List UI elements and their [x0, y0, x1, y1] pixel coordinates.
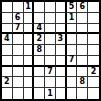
- cell-r9c8-empty[interactable]: [77, 88, 88, 99]
- cell-r3c6-empty[interactable]: [56, 24, 67, 35]
- cell-r7c5-given: 7: [45, 67, 56, 78]
- cell-r2c6-empty[interactable]: [56, 13, 67, 24]
- cell-r2c3-empty[interactable]: [24, 13, 35, 24]
- cell-r5c9-empty[interactable]: [88, 45, 99, 56]
- cell-r1c9-empty[interactable]: [88, 2, 99, 13]
- cell-r5c2-empty[interactable]: [13, 45, 24, 56]
- cell-r3c4-given: 4: [34, 24, 45, 35]
- cell-r6c6-empty[interactable]: [56, 56, 67, 67]
- cell-r7c9-given: 2: [88, 67, 99, 78]
- cell-r8c3-empty[interactable]: [24, 77, 35, 88]
- cell-r6c4-empty[interactable]: [34, 56, 45, 67]
- cell-r2c9-empty[interactable]: [88, 13, 99, 24]
- cell-r8c6-empty[interactable]: [56, 77, 67, 88]
- cell-r3c5-empty[interactable]: [45, 24, 56, 35]
- cell-r5c5-empty[interactable]: [45, 45, 56, 56]
- cell-r6c5-empty[interactable]: [45, 56, 56, 67]
- cell-r7c4-empty[interactable]: [34, 67, 45, 78]
- cell-r2c5-empty[interactable]: [45, 13, 56, 24]
- cell-r3c9-empty[interactable]: [88, 24, 99, 35]
- cell-r6c2-empty[interactable]: [13, 56, 24, 67]
- cell-r6c1-empty[interactable]: [2, 56, 13, 67]
- cell-r7c8-empty[interactable]: [77, 67, 88, 78]
- cell-r2c1-empty[interactable]: [2, 13, 13, 24]
- cell-r8c4-empty[interactable]: [34, 77, 45, 88]
- cell-r4c6-given: 3: [56, 34, 67, 45]
- cell-r6c9-empty[interactable]: [88, 56, 99, 67]
- cell-r1c7-given: 5: [67, 2, 78, 13]
- cell-r9c7-empty[interactable]: [67, 88, 78, 99]
- cell-r1c3-given: 1: [24, 2, 35, 13]
- cell-r4c9-empty[interactable]: [88, 34, 99, 45]
- cell-r9c4-empty[interactable]: [34, 88, 45, 99]
- cell-r8c5-empty[interactable]: [45, 77, 56, 88]
- cell-r4c5-empty[interactable]: [45, 34, 56, 45]
- cell-r9c3-empty[interactable]: [24, 88, 35, 99]
- cell-r9c6-empty[interactable]: [56, 88, 67, 99]
- cell-r6c3-empty[interactable]: [24, 56, 35, 67]
- cell-r5c3-empty[interactable]: [24, 45, 35, 56]
- cell-r5c6-empty[interactable]: [56, 45, 67, 56]
- cell-r4c4-given: 2: [34, 34, 45, 45]
- cell-r4c7-empty[interactable]: [67, 34, 78, 45]
- cell-r8c9-empty[interactable]: [88, 77, 99, 88]
- cell-r9c5-given: 1: [45, 88, 56, 99]
- cell-r4c8-empty[interactable]: [77, 34, 88, 45]
- cell-r3c8-empty[interactable]: [77, 24, 88, 35]
- cell-r3c7-empty[interactable]: [67, 24, 78, 35]
- cell-r6c8-empty[interactable]: [77, 56, 88, 67]
- cell-r5c8-empty[interactable]: [77, 45, 88, 56]
- cell-r7c6-empty[interactable]: [56, 67, 67, 78]
- cell-r8c8-given: 8: [77, 77, 88, 88]
- cell-r7c3-empty[interactable]: [24, 67, 35, 78]
- cell-r2c2-given: 6: [13, 13, 24, 24]
- cell-r7c2-empty[interactable]: [13, 67, 24, 78]
- cell-r9c9-empty[interactable]: [88, 88, 99, 99]
- cell-r2c4-empty[interactable]: [34, 13, 45, 24]
- cell-r1c6-empty[interactable]: [56, 2, 67, 13]
- cell-r1c8-given: 6: [77, 2, 88, 13]
- cell-r1c4-empty[interactable]: [34, 2, 45, 13]
- cell-r4c3-empty[interactable]: [24, 34, 35, 45]
- cell-r4c1-given: 4: [2, 34, 13, 45]
- cell-r8c1-given: 2: [2, 77, 13, 88]
- cell-r3c2-given: 7: [13, 24, 24, 35]
- cell-r5c7-empty[interactable]: [67, 45, 78, 56]
- cell-r4c2-empty[interactable]: [13, 34, 24, 45]
- cell-r7c1-empty[interactable]: [2, 67, 13, 78]
- cell-r2c8-empty[interactable]: [77, 13, 88, 24]
- cell-r2c7-given: 1: [67, 13, 78, 24]
- cell-r1c2-empty[interactable]: [13, 2, 24, 13]
- cell-r8c2-empty[interactable]: [13, 77, 24, 88]
- cell-r9c2-empty[interactable]: [13, 88, 24, 99]
- cell-r7c7-empty[interactable]: [67, 67, 78, 78]
- cell-r5c4-given: 8: [34, 45, 45, 56]
- sudoku-board: 15661744238772281: [0, 0, 101, 101]
- cell-r3c3-empty[interactable]: [24, 24, 35, 35]
- cell-r5c1-empty[interactable]: [2, 45, 13, 56]
- cell-r6c7-given: 7: [67, 56, 78, 67]
- cell-r3c1-empty[interactable]: [2, 24, 13, 35]
- cell-r8c7-empty[interactable]: [67, 77, 78, 88]
- cell-r9c1-empty[interactable]: [2, 88, 13, 99]
- cell-r1c1-empty[interactable]: [2, 2, 13, 13]
- cell-r1c5-empty[interactable]: [45, 2, 56, 13]
